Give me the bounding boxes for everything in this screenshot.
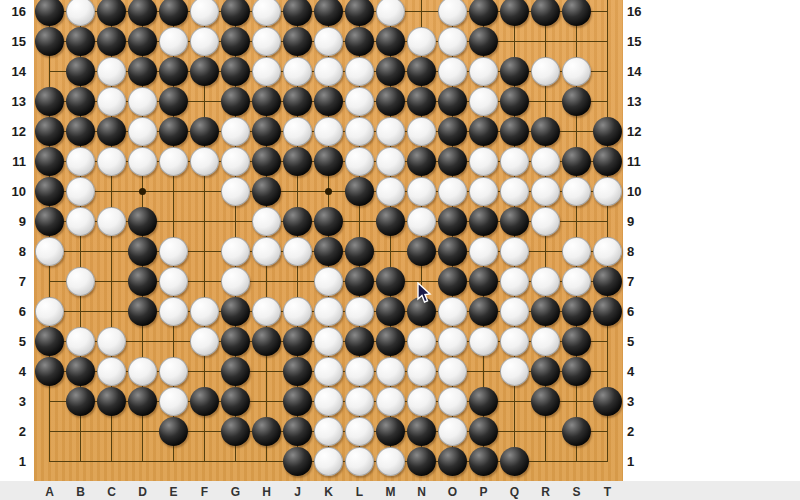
intersection-H1[interactable]	[251, 446, 282, 476]
intersection-S13[interactable]	[561, 86, 592, 116]
intersection-P6[interactable]	[468, 296, 499, 326]
intersection-E15[interactable]	[158, 26, 189, 56]
intersection-D5[interactable]	[127, 326, 158, 356]
intersection-H12[interactable]	[251, 116, 282, 146]
intersection-B7[interactable]	[65, 266, 96, 296]
intersection-K6[interactable]	[313, 296, 344, 326]
intersection-A9[interactable]	[34, 206, 65, 236]
intersection-F5[interactable]	[189, 326, 220, 356]
intersection-S4[interactable]	[561, 356, 592, 386]
intersection-R2[interactable]	[530, 416, 561, 446]
intersection-J6[interactable]	[282, 296, 313, 326]
intersection-G15[interactable]	[220, 26, 251, 56]
intersection-G1[interactable]	[220, 446, 251, 476]
intersection-G3[interactable]	[220, 386, 251, 416]
intersection-H13[interactable]	[251, 86, 282, 116]
intersection-F11[interactable]	[189, 146, 220, 176]
intersection-Q6[interactable]	[499, 296, 530, 326]
intersection-K11[interactable]	[313, 146, 344, 176]
intersection-C6[interactable]	[96, 296, 127, 326]
intersection-A16[interactable]	[34, 0, 65, 26]
intersection-C3[interactable]	[96, 386, 127, 416]
intersection-J12[interactable]	[282, 116, 313, 146]
intersection-C15[interactable]	[96, 26, 127, 56]
intersection-B2[interactable]	[65, 416, 96, 446]
intersection-S10[interactable]	[561, 176, 592, 206]
intersection-R7[interactable]	[530, 266, 561, 296]
intersection-R5[interactable]	[530, 326, 561, 356]
intersection-P9[interactable]	[468, 206, 499, 236]
intersection-S3[interactable]	[561, 386, 592, 416]
intersection-P10[interactable]	[468, 176, 499, 206]
intersection-G7[interactable]	[220, 266, 251, 296]
intersection-J14[interactable]	[282, 56, 313, 86]
intersection-Q9[interactable]	[499, 206, 530, 236]
intersection-M3[interactable]	[375, 386, 406, 416]
intersection-D3[interactable]	[127, 386, 158, 416]
intersection-R11[interactable]	[530, 146, 561, 176]
intersection-O1[interactable]	[437, 446, 468, 476]
intersection-L9[interactable]	[344, 206, 375, 236]
intersection-M11[interactable]	[375, 146, 406, 176]
intersection-M8[interactable]	[375, 236, 406, 266]
intersection-K2[interactable]	[313, 416, 344, 446]
intersection-F15[interactable]	[189, 26, 220, 56]
intersection-T9[interactable]	[592, 206, 623, 236]
intersection-T13[interactable]	[592, 86, 623, 116]
intersection-O16[interactable]	[437, 0, 468, 26]
intersection-L4[interactable]	[344, 356, 375, 386]
intersection-G6[interactable]	[220, 296, 251, 326]
intersection-N5[interactable]	[406, 326, 437, 356]
intersection-T12[interactable]	[592, 116, 623, 146]
intersection-A15[interactable]	[34, 26, 65, 56]
intersection-K14[interactable]	[313, 56, 344, 86]
intersection-L8[interactable]	[344, 236, 375, 266]
intersection-L16[interactable]	[344, 0, 375, 26]
intersection-E11[interactable]	[158, 146, 189, 176]
intersection-Q12[interactable]	[499, 116, 530, 146]
intersection-E10[interactable]	[158, 176, 189, 206]
intersection-E2[interactable]	[158, 416, 189, 446]
intersection-G10[interactable]	[220, 176, 251, 206]
intersection-F2[interactable]	[189, 416, 220, 446]
intersection-N9[interactable]	[406, 206, 437, 236]
intersection-O7[interactable]	[437, 266, 468, 296]
intersection-S11[interactable]	[561, 146, 592, 176]
intersection-K1[interactable]	[313, 446, 344, 476]
intersection-C8[interactable]	[96, 236, 127, 266]
intersection-B3[interactable]	[65, 386, 96, 416]
intersection-R14[interactable]	[530, 56, 561, 86]
intersection-M6[interactable]	[375, 296, 406, 326]
intersection-M14[interactable]	[375, 56, 406, 86]
intersection-G5[interactable]	[220, 326, 251, 356]
intersection-D10[interactable]	[127, 176, 158, 206]
intersection-C13[interactable]	[96, 86, 127, 116]
intersection-L7[interactable]	[344, 266, 375, 296]
intersection-K16[interactable]	[313, 0, 344, 26]
intersection-S9[interactable]	[561, 206, 592, 236]
intersection-T1[interactable]	[592, 446, 623, 476]
intersection-K9[interactable]	[313, 206, 344, 236]
intersection-R15[interactable]	[530, 26, 561, 56]
intersection-T7[interactable]	[592, 266, 623, 296]
intersection-O2[interactable]	[437, 416, 468, 446]
intersection-Q8[interactable]	[499, 236, 530, 266]
intersection-F9[interactable]	[189, 206, 220, 236]
intersection-R16[interactable]	[530, 0, 561, 26]
intersection-F7[interactable]	[189, 266, 220, 296]
intersection-D2[interactable]	[127, 416, 158, 446]
intersection-T15[interactable]	[592, 26, 623, 56]
intersection-B5[interactable]	[65, 326, 96, 356]
intersection-N11[interactable]	[406, 146, 437, 176]
intersection-N3[interactable]	[406, 386, 437, 416]
intersection-M16[interactable]	[375, 0, 406, 26]
intersection-M7[interactable]	[375, 266, 406, 296]
intersection-C4[interactable]	[96, 356, 127, 386]
intersection-T4[interactable]	[592, 356, 623, 386]
intersection-J2[interactable]	[282, 416, 313, 446]
intersection-P13[interactable]	[468, 86, 499, 116]
intersection-O12[interactable]	[437, 116, 468, 146]
intersection-G4[interactable]	[220, 356, 251, 386]
intersection-D13[interactable]	[127, 86, 158, 116]
intersection-M5[interactable]	[375, 326, 406, 356]
intersection-S16[interactable]	[561, 0, 592, 26]
intersection-T2[interactable]	[592, 416, 623, 446]
intersection-K5[interactable]	[313, 326, 344, 356]
intersection-J1[interactable]	[282, 446, 313, 476]
intersection-J7[interactable]	[282, 266, 313, 296]
intersection-O9[interactable]	[437, 206, 468, 236]
intersection-L11[interactable]	[344, 146, 375, 176]
intersection-T10[interactable]	[592, 176, 623, 206]
intersection-L6[interactable]	[344, 296, 375, 326]
intersection-H2[interactable]	[251, 416, 282, 446]
intersection-E16[interactable]	[158, 0, 189, 26]
intersection-C9[interactable]	[96, 206, 127, 236]
intersection-A6[interactable]	[34, 296, 65, 326]
intersection-N10[interactable]	[406, 176, 437, 206]
intersection-P1[interactable]	[468, 446, 499, 476]
intersection-E5[interactable]	[158, 326, 189, 356]
intersection-P15[interactable]	[468, 26, 499, 56]
intersection-Q1[interactable]	[499, 446, 530, 476]
intersection-Q2[interactable]	[499, 416, 530, 446]
intersection-B9[interactable]	[65, 206, 96, 236]
intersection-H10[interactable]	[251, 176, 282, 206]
intersection-O6[interactable]	[437, 296, 468, 326]
intersection-K7[interactable]	[313, 266, 344, 296]
intersection-F4[interactable]	[189, 356, 220, 386]
intersection-E6[interactable]	[158, 296, 189, 326]
intersection-T3[interactable]	[592, 386, 623, 416]
intersection-H3[interactable]	[251, 386, 282, 416]
intersection-C16[interactable]	[96, 0, 127, 26]
intersection-G2[interactable]	[220, 416, 251, 446]
intersection-S2[interactable]	[561, 416, 592, 446]
intersection-R10[interactable]	[530, 176, 561, 206]
intersection-J10[interactable]	[282, 176, 313, 206]
intersection-L2[interactable]	[344, 416, 375, 446]
intersection-D12[interactable]	[127, 116, 158, 146]
intersection-H7[interactable]	[251, 266, 282, 296]
intersection-J15[interactable]	[282, 26, 313, 56]
intersection-F8[interactable]	[189, 236, 220, 266]
intersection-N1[interactable]	[406, 446, 437, 476]
intersection-G8[interactable]	[220, 236, 251, 266]
intersection-F6[interactable]	[189, 296, 220, 326]
intersection-L5[interactable]	[344, 326, 375, 356]
intersection-P4[interactable]	[468, 356, 499, 386]
intersection-L14[interactable]	[344, 56, 375, 86]
intersection-T16[interactable]	[592, 0, 623, 26]
intersection-B4[interactable]	[65, 356, 96, 386]
intersection-Q16[interactable]	[499, 0, 530, 26]
intersection-N8[interactable]	[406, 236, 437, 266]
intersection-Q15[interactable]	[499, 26, 530, 56]
intersection-Q3[interactable]	[499, 386, 530, 416]
intersection-N15[interactable]	[406, 26, 437, 56]
intersection-E14[interactable]	[158, 56, 189, 86]
intersection-C1[interactable]	[96, 446, 127, 476]
intersection-C10[interactable]	[96, 176, 127, 206]
intersection-R9[interactable]	[530, 206, 561, 236]
intersection-K8[interactable]	[313, 236, 344, 266]
intersection-H11[interactable]	[251, 146, 282, 176]
intersection-P7[interactable]	[468, 266, 499, 296]
intersection-N12[interactable]	[406, 116, 437, 146]
intersection-J8[interactable]	[282, 236, 313, 266]
intersection-Q4[interactable]	[499, 356, 530, 386]
intersection-E7[interactable]	[158, 266, 189, 296]
intersection-T8[interactable]	[592, 236, 623, 266]
intersection-R6[interactable]	[530, 296, 561, 326]
intersection-S7[interactable]	[561, 266, 592, 296]
intersection-P11[interactable]	[468, 146, 499, 176]
intersection-S14[interactable]	[561, 56, 592, 86]
intersection-M12[interactable]	[375, 116, 406, 146]
intersection-H16[interactable]	[251, 0, 282, 26]
intersection-H6[interactable]	[251, 296, 282, 326]
intersection-F14[interactable]	[189, 56, 220, 86]
intersection-M15[interactable]	[375, 26, 406, 56]
intersection-A7[interactable]	[34, 266, 65, 296]
intersection-S1[interactable]	[561, 446, 592, 476]
intersection-B10[interactable]	[65, 176, 96, 206]
intersection-M2[interactable]	[375, 416, 406, 446]
intersection-H9[interactable]	[251, 206, 282, 236]
intersection-K3[interactable]	[313, 386, 344, 416]
intersection-J3[interactable]	[282, 386, 313, 416]
intersection-G14[interactable]	[220, 56, 251, 86]
intersection-R12[interactable]	[530, 116, 561, 146]
intersection-F10[interactable]	[189, 176, 220, 206]
intersection-L3[interactable]	[344, 386, 375, 416]
intersection-Q11[interactable]	[499, 146, 530, 176]
intersection-F12[interactable]	[189, 116, 220, 146]
intersection-T11[interactable]	[592, 146, 623, 176]
intersection-C11[interactable]	[96, 146, 127, 176]
intersection-A4[interactable]	[34, 356, 65, 386]
intersection-O8[interactable]	[437, 236, 468, 266]
intersection-M9[interactable]	[375, 206, 406, 236]
intersection-S8[interactable]	[561, 236, 592, 266]
intersection-G9[interactable]	[220, 206, 251, 236]
intersection-T6[interactable]	[592, 296, 623, 326]
intersection-D15[interactable]	[127, 26, 158, 56]
intersection-J13[interactable]	[282, 86, 313, 116]
intersection-B13[interactable]	[65, 86, 96, 116]
intersection-R8[interactable]	[530, 236, 561, 266]
intersection-D6[interactable]	[127, 296, 158, 326]
intersection-G12[interactable]	[220, 116, 251, 146]
intersection-C5[interactable]	[96, 326, 127, 356]
intersection-P2[interactable]	[468, 416, 499, 446]
go-board[interactable]	[34, 0, 623, 476]
intersection-B14[interactable]	[65, 56, 96, 86]
intersection-N13[interactable]	[406, 86, 437, 116]
intersection-S15[interactable]	[561, 26, 592, 56]
intersection-D16[interactable]	[127, 0, 158, 26]
intersection-E1[interactable]	[158, 446, 189, 476]
intersection-F1[interactable]	[189, 446, 220, 476]
intersection-N4[interactable]	[406, 356, 437, 386]
intersection-J16[interactable]	[282, 0, 313, 26]
intersection-M13[interactable]	[375, 86, 406, 116]
intersection-E8[interactable]	[158, 236, 189, 266]
intersection-T14[interactable]	[592, 56, 623, 86]
intersection-H8[interactable]	[251, 236, 282, 266]
intersection-E12[interactable]	[158, 116, 189, 146]
intersection-A2[interactable]	[34, 416, 65, 446]
intersection-B12[interactable]	[65, 116, 96, 146]
intersection-O13[interactable]	[437, 86, 468, 116]
intersection-N2[interactable]	[406, 416, 437, 446]
intersection-D8[interactable]	[127, 236, 158, 266]
intersection-R1[interactable]	[530, 446, 561, 476]
intersection-Q13[interactable]	[499, 86, 530, 116]
intersection-R13[interactable]	[530, 86, 561, 116]
intersection-F16[interactable]	[189, 0, 220, 26]
intersection-K4[interactable]	[313, 356, 344, 386]
intersection-H5[interactable]	[251, 326, 282, 356]
intersection-F13[interactable]	[189, 86, 220, 116]
intersection-J5[interactable]	[282, 326, 313, 356]
intersection-O4[interactable]	[437, 356, 468, 386]
intersection-B16[interactable]	[65, 0, 96, 26]
intersection-L13[interactable]	[344, 86, 375, 116]
intersection-C12[interactable]	[96, 116, 127, 146]
intersection-R4[interactable]	[530, 356, 561, 386]
intersection-A3[interactable]	[34, 386, 65, 416]
intersection-A11[interactable]	[34, 146, 65, 176]
intersection-A8[interactable]	[34, 236, 65, 266]
intersection-O5[interactable]	[437, 326, 468, 356]
intersection-P14[interactable]	[468, 56, 499, 86]
intersection-B15[interactable]	[65, 26, 96, 56]
intersection-E13[interactable]	[158, 86, 189, 116]
intersection-Q14[interactable]	[499, 56, 530, 86]
intersection-P8[interactable]	[468, 236, 499, 266]
intersection-D14[interactable]	[127, 56, 158, 86]
intersection-P12[interactable]	[468, 116, 499, 146]
intersection-M1[interactable]	[375, 446, 406, 476]
intersection-C14[interactable]	[96, 56, 127, 86]
intersection-N16[interactable]	[406, 0, 437, 26]
intersection-S6[interactable]	[561, 296, 592, 326]
intersection-K15[interactable]	[313, 26, 344, 56]
intersection-O14[interactable]	[437, 56, 468, 86]
intersection-D4[interactable]	[127, 356, 158, 386]
intersection-F3[interactable]	[189, 386, 220, 416]
intersection-J11[interactable]	[282, 146, 313, 176]
intersection-L15[interactable]	[344, 26, 375, 56]
intersection-O15[interactable]	[437, 26, 468, 56]
intersection-Q5[interactable]	[499, 326, 530, 356]
intersection-A1[interactable]	[34, 446, 65, 476]
intersection-G16[interactable]	[220, 0, 251, 26]
intersection-K13[interactable]	[313, 86, 344, 116]
intersection-A12[interactable]	[34, 116, 65, 146]
intersection-B8[interactable]	[65, 236, 96, 266]
intersection-C2[interactable]	[96, 416, 127, 446]
intersection-D11[interactable]	[127, 146, 158, 176]
intersection-P5[interactable]	[468, 326, 499, 356]
intersection-H15[interactable]	[251, 26, 282, 56]
intersection-Q7[interactable]	[499, 266, 530, 296]
intersection-G11[interactable]	[220, 146, 251, 176]
intersection-P16[interactable]	[468, 0, 499, 26]
intersection-B6[interactable]	[65, 296, 96, 326]
intersection-M10[interactable]	[375, 176, 406, 206]
intersection-P3[interactable]	[468, 386, 499, 416]
intersection-O3[interactable]	[437, 386, 468, 416]
intersection-E3[interactable]	[158, 386, 189, 416]
intersection-L1[interactable]	[344, 446, 375, 476]
intersection-A5[interactable]	[34, 326, 65, 356]
intersection-D7[interactable]	[127, 266, 158, 296]
intersection-Q10[interactable]	[499, 176, 530, 206]
intersection-L10[interactable]	[344, 176, 375, 206]
intersection-K10[interactable]	[313, 176, 344, 206]
intersection-C7[interactable]	[96, 266, 127, 296]
intersection-K12[interactable]	[313, 116, 344, 146]
intersection-T5[interactable]	[592, 326, 623, 356]
intersection-A13[interactable]	[34, 86, 65, 116]
intersection-L12[interactable]	[344, 116, 375, 146]
intersection-A10[interactable]	[34, 176, 65, 206]
intersection-E4[interactable]	[158, 356, 189, 386]
intersection-D1[interactable]	[127, 446, 158, 476]
intersection-B11[interactable]	[65, 146, 96, 176]
intersection-S12[interactable]	[561, 116, 592, 146]
intersection-R3[interactable]	[530, 386, 561, 416]
intersection-H4[interactable]	[251, 356, 282, 386]
intersection-B1[interactable]	[65, 446, 96, 476]
intersection-H14[interactable]	[251, 56, 282, 86]
intersection-J9[interactable]	[282, 206, 313, 236]
intersection-N14[interactable]	[406, 56, 437, 86]
intersection-G13[interactable]	[220, 86, 251, 116]
intersection-E9[interactable]	[158, 206, 189, 236]
intersection-A14[interactable]	[34, 56, 65, 86]
intersection-D9[interactable]	[127, 206, 158, 236]
intersection-O11[interactable]	[437, 146, 468, 176]
intersection-J4[interactable]	[282, 356, 313, 386]
